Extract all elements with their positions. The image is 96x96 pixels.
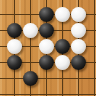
white-stone [39,39,54,54]
white-stone [7,39,22,54]
black-stone [7,23,22,38]
white-stone [55,7,70,22]
white-stone [71,39,86,54]
black-stone [55,39,70,54]
grid-line-horizontal [0,94,96,95]
black-stone [23,71,38,86]
white-stone [71,23,86,38]
white-stone [71,7,86,22]
black-stone [39,7,54,22]
black-stone [7,55,22,70]
white-stone [55,55,70,70]
black-stone [39,55,54,70]
go-board[interactable] [0,0,96,96]
black-stone [71,55,86,70]
black-stone [39,23,54,38]
white-stone [23,23,38,38]
grid-line-horizontal [0,78,96,79]
grid-line-vertical [94,0,95,96]
